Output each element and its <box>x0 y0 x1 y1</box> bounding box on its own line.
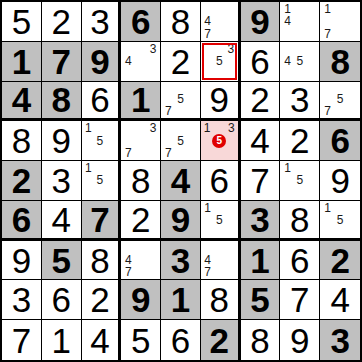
solved-digit: 6 <box>250 44 269 79</box>
candidate-digit: 5 <box>174 93 186 105</box>
candidate-digit: 3 <box>225 43 237 55</box>
given-digit: 3 <box>171 243 190 278</box>
pencil-marks: 57 <box>162 83 199 118</box>
cell-r4c4[interactable]: 37 <box>121 121 161 161</box>
cell-r5c4[interactable]: 8 <box>121 161 161 201</box>
cell-r7c2[interactable]: 5 <box>42 241 82 281</box>
pencil-marks: 45 <box>281 43 318 80</box>
cell-r8c4[interactable]: 9 <box>121 280 161 320</box>
cell-r6c7[interactable]: 3 <box>241 201 281 241</box>
given-digit: 1 <box>171 282 190 317</box>
cell-r7c1[interactable]: 9 <box>2 241 42 281</box>
given-digit: 3 <box>250 202 269 237</box>
cell-r2c1[interactable]: 1 <box>2 42 42 82</box>
cell-r8c7[interactable]: 5 <box>241 280 281 320</box>
solved-digit: 2 <box>250 82 269 117</box>
pencil-marks: 37 <box>122 122 159 159</box>
cell-r1c8[interactable]: 14 <box>280 2 320 42</box>
cell-r5c5[interactable]: 4 <box>161 161 201 201</box>
cell-r3c3[interactable]: 6 <box>82 82 122 122</box>
solved-digit: 8 <box>90 243 109 278</box>
solved-digit: 8 <box>250 323 269 358</box>
cell-r5c6[interactable]: 6 <box>201 161 241 201</box>
cell-r3c6[interactable]: 9 <box>201 82 241 122</box>
cell-r5c1[interactable]: 2 <box>2 161 42 201</box>
solved-digit: 9 <box>330 163 349 198</box>
cell-r6c5[interactable]: 9 <box>161 201 201 241</box>
candidate-digit: 5 <box>213 55 225 67</box>
cell-r6c3[interactable]: 7 <box>82 201 122 241</box>
given-digit: 1 <box>131 82 150 117</box>
candidate-digit: 5 <box>213 214 225 226</box>
candidate-digit: 7 <box>122 266 134 278</box>
solved-digit: 6 <box>290 243 309 278</box>
cell-r2c8[interactable]: 45 <box>280 42 320 82</box>
pencil-marks: 57 <box>321 83 359 118</box>
cell-r4c3[interactable]: 15 <box>82 121 122 161</box>
candidate-digit: 5 <box>94 135 106 147</box>
given-digit: 5 <box>51 243 70 278</box>
solved-digit: 6 <box>51 282 70 317</box>
solved-digit: 9 <box>12 243 31 278</box>
given-digit: 3 <box>330 323 349 358</box>
candidate-digit: 1 <box>83 162 95 174</box>
given-digit: 9 <box>250 4 269 39</box>
cell-r1c4[interactable]: 6 <box>121 2 161 42</box>
candidate-digit: 5 <box>334 93 347 105</box>
pencil-marks: 15 <box>281 162 318 199</box>
candidate-digit: 5 <box>294 55 306 67</box>
cell-r4c8[interactable]: 2 <box>280 121 320 161</box>
cell-r2c5[interactable]: 2 <box>161 42 201 82</box>
cell-r6c4[interactable]: 2 <box>121 201 161 241</box>
cell-r5c3[interactable]: 15 <box>82 161 122 201</box>
given-digit: 8 <box>51 82 70 117</box>
cell-r8c2[interactable]: 6 <box>42 280 82 320</box>
pencil-marks: 35 <box>202 43 237 80</box>
solved-digit: 8 <box>12 123 31 158</box>
solved-digit: 2 <box>51 4 70 39</box>
given-digit: 6 <box>131 4 150 39</box>
cell-r2c6[interactable]: 35 <box>201 42 241 82</box>
solved-digit: 4 <box>51 202 70 237</box>
cell-r8c1[interactable]: 3 <box>2 280 42 320</box>
solved-digit: 8 <box>210 282 229 317</box>
cell-r8c9[interactable]: 4 <box>320 280 360 320</box>
given-digit: 2 <box>210 323 229 358</box>
solved-digit: 8 <box>131 163 150 198</box>
solved-digit: 2 <box>90 282 109 317</box>
cell-r1c5[interactable]: 8 <box>161 2 201 42</box>
cell-r9c3[interactable]: 4 <box>82 320 122 360</box>
solved-digit: 6 <box>90 82 109 117</box>
cell-r4c6[interactable]: 135 <box>201 121 241 161</box>
cell-r3c4[interactable]: 1 <box>121 82 161 122</box>
cell-r9c7[interactable]: 8 <box>241 320 281 360</box>
solved-digit: 9 <box>51 123 70 158</box>
pencil-marks: 15 <box>83 162 118 199</box>
candidate-digit: 1 <box>321 202 334 214</box>
cell-r8c8[interactable]: 7 <box>280 280 320 320</box>
solved-digit: 7 <box>12 323 31 358</box>
cell-r5c2[interactable]: 3 <box>42 161 82 201</box>
cell-r2c7[interactable]: 6 <box>241 42 281 82</box>
cell-r3c2[interactable]: 8 <box>42 82 82 122</box>
cell-r9c4[interactable]: 5 <box>121 320 161 360</box>
cell-r1c1[interactable]: 5 <box>2 2 42 42</box>
candidate-digit: 7 <box>321 105 334 117</box>
solved-digit: 8 <box>171 4 190 39</box>
given-digit: 4 <box>12 82 31 117</box>
candidate-digit: 4 <box>202 15 214 27</box>
cell-r6c1[interactable]: 6 <box>2 201 42 241</box>
cell-r1c3[interactable]: 3 <box>82 2 122 42</box>
solved-digit: 2 <box>290 123 309 158</box>
cell-r4c9[interactable]: 6 <box>320 121 360 161</box>
pencil-marks: 47 <box>202 3 237 40</box>
pencil-marks: 47 <box>202 242 237 279</box>
candidate-digit: 3 <box>226 122 236 134</box>
solved-digit: 6 <box>171 323 190 358</box>
given-digit: 6 <box>12 202 31 237</box>
cell-r1c9[interactable]: 17 <box>320 2 360 42</box>
solved-digit: 3 <box>12 282 31 317</box>
candidate-digit: 7 <box>321 28 334 40</box>
cell-r7c9[interactable]: 2 <box>320 241 360 281</box>
cell-r1c6[interactable]: 47 <box>201 2 241 42</box>
given-digit: 9 <box>131 282 150 317</box>
cell-r1c7[interactable]: 9 <box>241 2 281 42</box>
given-digit: 9 <box>171 202 190 237</box>
given-digit: 5 <box>250 282 269 317</box>
pencil-marks: 17 <box>321 3 359 40</box>
solved-digit: 3 <box>290 82 309 117</box>
solved-digit: 3 <box>51 163 70 198</box>
cell-r6c9[interactable]: 15 <box>320 201 360 241</box>
candidate-digit: 7 <box>162 105 174 117</box>
given-digit: 6 <box>330 123 349 158</box>
solved-digit: 8 <box>290 202 309 237</box>
cell-r5c8[interactable]: 15 <box>280 161 320 201</box>
solved-digit: 3 <box>90 4 109 39</box>
candidate-digit: 7 <box>202 266 214 278</box>
candidate-digit: 3 <box>147 122 159 134</box>
candidate-digit: 7 <box>122 147 134 159</box>
cell-r8c5[interactable]: 1 <box>161 280 201 320</box>
pencil-marks: 15 <box>321 202 359 237</box>
cell-r8c3[interactable]: 2 <box>82 280 122 320</box>
given-digit: 8 <box>330 44 349 79</box>
candidate-digit: 4 <box>122 55 134 67</box>
cell-r3c5[interactable]: 57 <box>161 82 201 122</box>
solved-digit: 4 <box>330 282 349 317</box>
cell-r4c1[interactable]: 8 <box>2 121 42 161</box>
cell-r2c2[interactable]: 7 <box>42 42 82 82</box>
given-digit: 7 <box>51 44 70 79</box>
solved-digit: 7 <box>290 282 309 317</box>
candidate-digit: 5 <box>294 174 306 186</box>
cell-r7c6[interactable]: 47 <box>201 241 241 281</box>
given-digit: 7 <box>90 202 109 237</box>
cell-r4c5[interactable]: 57 <box>161 121 201 161</box>
solved-digit: 5 <box>12 4 31 39</box>
pencil-marks: 47 <box>122 242 159 279</box>
cell-r7c3[interactable]: 8 <box>82 241 122 281</box>
candidate-digit: 3 <box>147 43 159 55</box>
pencil-marks: 57 <box>162 122 199 159</box>
candidate-digit: 7 <box>202 28 214 40</box>
cell-r3c1[interactable]: 4 <box>2 82 42 122</box>
solved-digit: 2 <box>131 202 150 237</box>
candidate-digit: 5 <box>94 174 106 186</box>
cell-r5c9[interactable]: 9 <box>320 161 360 201</box>
candidate-digit: 1 <box>202 202 214 214</box>
candidate-digit: 1 <box>321 3 334 15</box>
pencil-marks: 14 <box>281 3 318 40</box>
candidate-digit: 5 <box>334 214 347 226</box>
cell-r7c4[interactable]: 47 <box>121 241 161 281</box>
cell-r9c1[interactable]: 7 <box>2 320 42 360</box>
cell-r9c8[interactable]: 9 <box>280 320 320 360</box>
solved-digit: 9 <box>210 82 229 117</box>
given-digit: 9 <box>90 44 109 79</box>
given-digit: 2 <box>12 163 31 198</box>
candidate-digit: 7 <box>162 147 174 159</box>
cell-r6c8[interactable]: 8 <box>280 201 320 241</box>
cell-r6c6[interactable]: 15 <box>201 201 241 241</box>
cell-r2c4[interactable]: 34 <box>121 42 161 82</box>
pencil-marks: 15 <box>202 202 237 237</box>
solved-digit: 4 <box>250 123 269 158</box>
candidate-digit: 1 <box>281 162 293 174</box>
cell-r7c8[interactable]: 6 <box>280 241 320 281</box>
pencil-marks: 135 <box>202 122 237 159</box>
cell-r5c7[interactable]: 7 <box>241 161 281 201</box>
cell-r4c2[interactable]: 9 <box>42 121 82 161</box>
candidate-digit: 4 <box>281 15 293 27</box>
cell-r9c5[interactable]: 6 <box>161 320 201 360</box>
cell-r6c2[interactable]: 4 <box>42 201 82 241</box>
cell-r9c6[interactable]: 2 <box>201 320 241 360</box>
given-digit: 1 <box>250 243 269 278</box>
sudoku-board: 5236847914171793423564584861579235789153… <box>0 0 362 362</box>
candidate-digit: 5 <box>174 135 186 147</box>
given-digit: 1 <box>12 44 31 79</box>
cell-r8c6[interactable]: 8 <box>201 280 241 320</box>
cell-r3c8[interactable]: 3 <box>280 82 320 122</box>
pencil-marks: 15 <box>83 122 118 159</box>
solved-digit: 7 <box>250 163 269 198</box>
cell-r2c9[interactable]: 8 <box>320 42 360 82</box>
cell-r9c9[interactable]: 3 <box>320 320 360 360</box>
solved-digit: 4 <box>90 323 109 358</box>
solved-digit: 5 <box>131 323 150 358</box>
cell-r9c2[interactable]: 1 <box>42 320 82 360</box>
given-digit: 2 <box>330 243 349 278</box>
candidate-digit: 4 <box>281 55 293 67</box>
cell-r7c7[interactable]: 1 <box>241 241 281 281</box>
solved-digit: 1 <box>51 323 70 358</box>
solved-digit: 2 <box>171 44 190 79</box>
cell-r3c9[interactable]: 57 <box>320 82 360 122</box>
candidate-digit: 1 <box>202 122 212 134</box>
pencil-marks: 34 <box>122 43 159 80</box>
cell-r1c2[interactable]: 2 <box>42 2 82 42</box>
solved-digit: 6 <box>210 163 229 198</box>
circled-candidate: 5 <box>212 134 226 148</box>
given-digit: 4 <box>171 163 190 198</box>
cell-r3c7[interactable]: 2 <box>241 82 281 122</box>
cell-r2c3[interactable]: 9 <box>82 42 122 82</box>
solved-digit: 9 <box>290 323 309 358</box>
candidate-digit: 1 <box>83 122 95 134</box>
cell-r7c5[interactable]: 3 <box>161 241 201 281</box>
cell-r4c7[interactable]: 4 <box>241 121 281 161</box>
